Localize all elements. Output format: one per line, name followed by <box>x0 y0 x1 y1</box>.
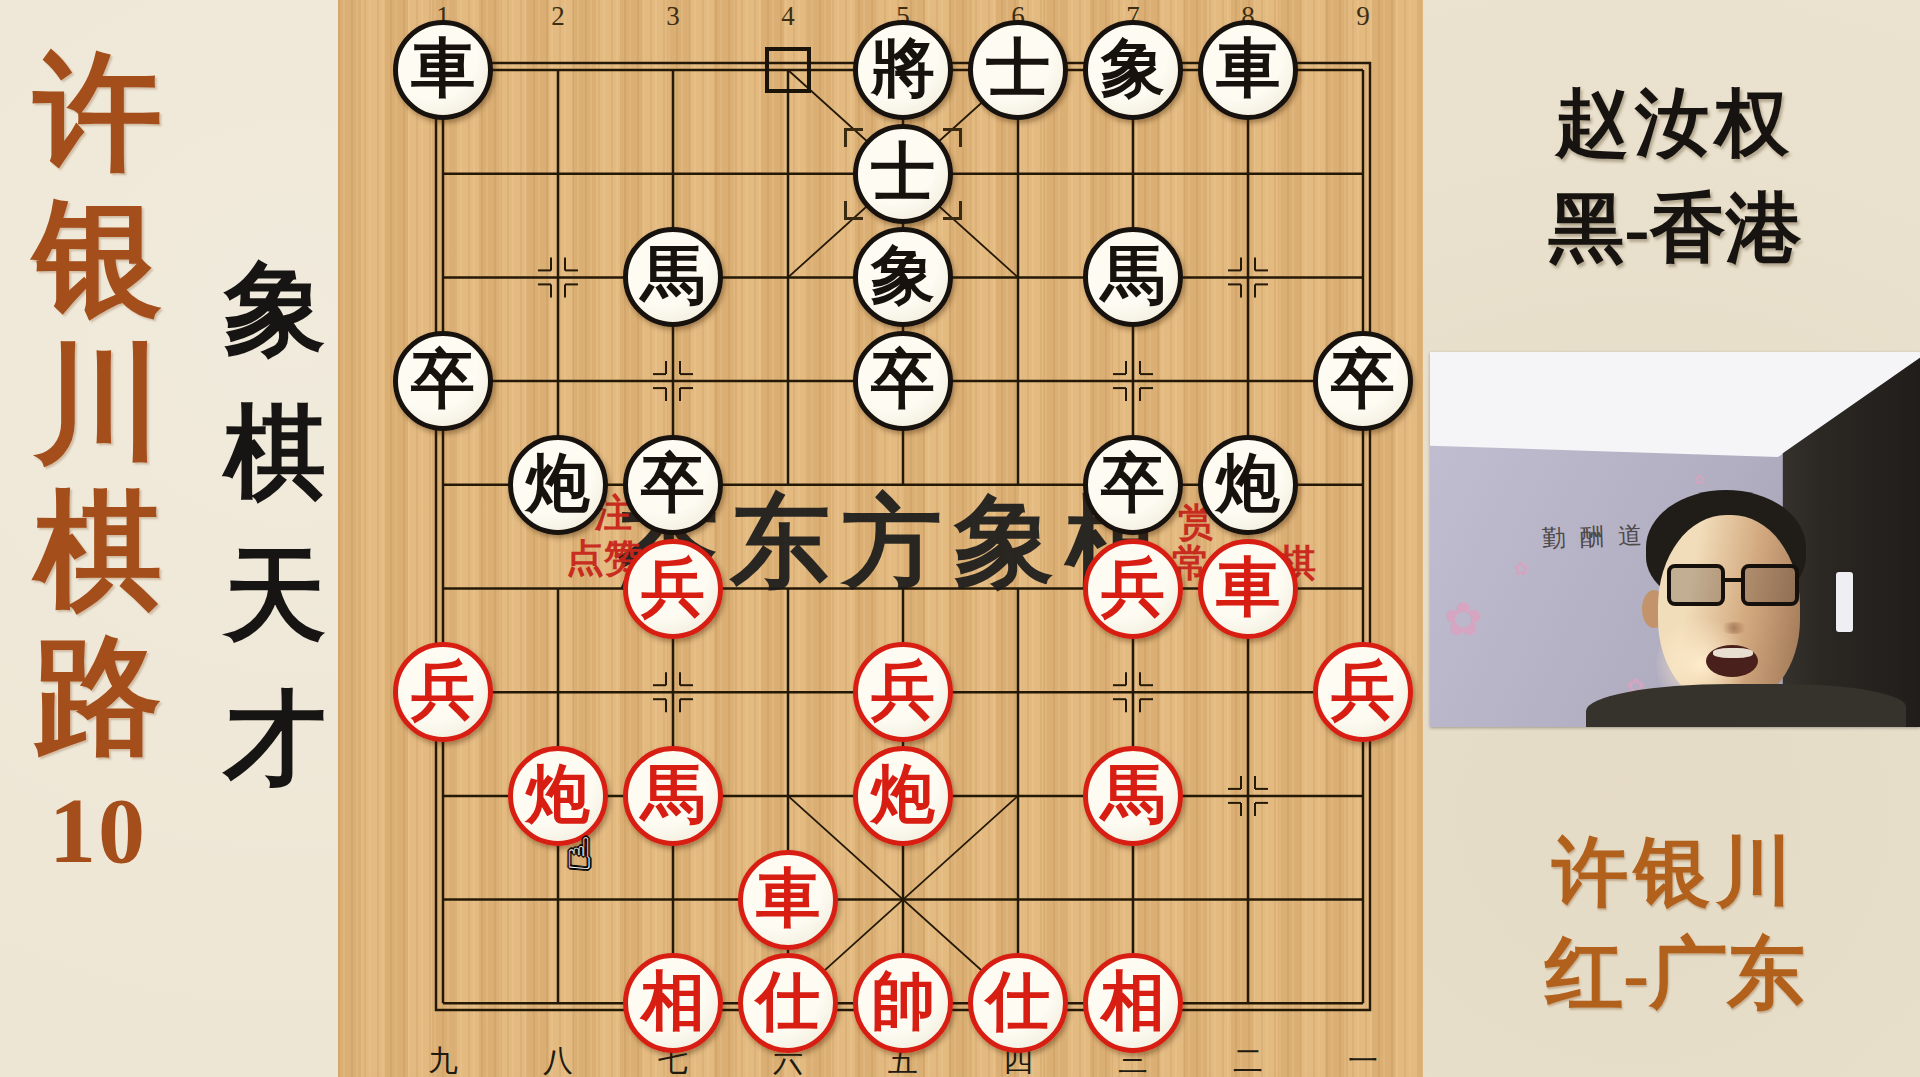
piece-black-炮[interactable]: 炮 <box>508 435 608 535</box>
piece-glyph: 仕 <box>986 970 1050 1034</box>
black-player-name: 赵汝权 <box>1430 74 1920 174</box>
piece-black-馬[interactable]: 馬 <box>1083 227 1183 327</box>
red-player-name: 许银川 <box>1430 822 1920 925</box>
piece-red-帥[interactable]: 帥 <box>853 953 953 1053</box>
piece-black-馬[interactable]: 馬 <box>623 227 723 327</box>
piece-glyph: 兵 <box>1101 556 1165 620</box>
piece-red-兵[interactable]: 兵 <box>1313 642 1413 742</box>
piece-black-卒[interactable]: 卒 <box>393 331 493 431</box>
flower-decal: ✿ <box>1694 472 1705 488</box>
piece-glyph: 卒 <box>1331 348 1395 412</box>
piece-red-炮[interactable]: 炮 <box>508 746 608 846</box>
file-label-top: 9 <box>1343 0 1383 32</box>
series-title-char: 川 <box>34 332 162 478</box>
file-label-bottom: 二 <box>1228 1044 1268 1077</box>
flower-decal: ✿ <box>1514 558 1529 580</box>
glasses-right-lens <box>1741 564 1799 606</box>
video-frame: 许银川棋路10 象棋天才 123456789 九八七六五四三二一 杰 东方象棋 … <box>0 0 1920 1077</box>
subtitle-char: 才 <box>224 667 326 810</box>
piece-glyph: 炮 <box>871 763 935 827</box>
glasses-bridge <box>1723 578 1743 582</box>
series-title-char: 棋 <box>34 478 162 624</box>
piece-glyph: 馬 <box>641 244 705 308</box>
piece-glyph: 炮 <box>526 763 590 827</box>
piece-glyph: 仕 <box>756 970 820 1034</box>
piece-black-士[interactable]: 士 <box>968 20 1068 120</box>
piece-glyph: 馬 <box>1101 244 1165 308</box>
subtitle-char: 天 <box>224 524 326 667</box>
xiangqi-board[interactable]: 123456789 九八七六五四三二一 杰 东方象棋 注 点赞 赏 常 棋 車將… <box>338 0 1423 1077</box>
piece-red-兵[interactable]: 兵 <box>393 642 493 742</box>
file-label-bottom: 八 <box>538 1044 578 1077</box>
piece-glyph: 卒 <box>641 452 705 516</box>
series-title: 许银川棋路10 <box>18 40 178 890</box>
piece-glyph: 馬 <box>641 763 705 827</box>
file-label-bottom: 一 <box>1343 1044 1383 1077</box>
piece-black-卒[interactable]: 卒 <box>1083 435 1183 535</box>
piece-red-車[interactable]: 車 <box>738 850 838 950</box>
piece-red-炮[interactable]: 炮 <box>853 746 953 846</box>
piece-glyph: 車 <box>756 867 820 931</box>
piece-red-兵[interactable]: 兵 <box>623 539 723 639</box>
file-label-top: 2 <box>538 0 578 32</box>
piece-glyph: 車 <box>1216 37 1280 101</box>
series-subtitle: 象棋天才 <box>200 238 350 810</box>
subtitle-char: 棋 <box>224 381 326 524</box>
piece-glyph: 相 <box>1101 970 1165 1034</box>
piece-red-車[interactable]: 車 <box>1198 539 1298 639</box>
piece-black-將[interactable]: 將 <box>853 20 953 120</box>
file-label-top: 4 <box>768 0 808 32</box>
series-title-char: 银 <box>34 186 162 332</box>
piece-glyph: 象 <box>871 244 935 308</box>
piece-glyph: 兵 <box>641 556 705 620</box>
piece-glyph: 車 <box>1216 556 1280 620</box>
glasses-left-lens <box>1667 564 1725 606</box>
piece-red-兵[interactable]: 兵 <box>853 642 953 742</box>
piece-red-兵[interactable]: 兵 <box>1083 539 1183 639</box>
black-player-side: 黑-香港 <box>1430 178 1920 281</box>
piece-glyph: 炮 <box>1216 452 1280 516</box>
piece-glyph: 帥 <box>871 970 935 1034</box>
piece-black-象[interactable]: 象 <box>1083 20 1183 120</box>
piece-glyph: 卒 <box>871 348 935 412</box>
file-label-top: 3 <box>653 0 693 32</box>
piece-black-車[interactable]: 車 <box>393 20 493 120</box>
piece-glyph: 象 <box>1101 37 1165 101</box>
piece-red-仕[interactable]: 仕 <box>968 953 1068 1053</box>
piece-black-車[interactable]: 車 <box>1198 20 1298 120</box>
piece-red-仕[interactable]: 仕 <box>738 953 838 1053</box>
piece-glyph: 卒 <box>411 348 475 412</box>
webcam-video: 勤酬道天 ✿ ✿ ✿ ✿ <box>1430 352 1920 727</box>
piece-red-馬[interactable]: 馬 <box>1083 746 1183 846</box>
person-teeth <box>1713 648 1753 658</box>
piece-glyph: 卒 <box>1101 452 1165 516</box>
piece-glyph: 相 <box>641 970 705 1034</box>
file-label-bottom: 九 <box>423 1044 463 1077</box>
wall-sticker <box>1836 572 1853 632</box>
piece-black-象[interactable]: 象 <box>853 227 953 327</box>
subtitle-char: 象 <box>224 238 326 381</box>
last-move-from-marker <box>765 47 811 93</box>
piece-black-卒[interactable]: 卒 <box>853 331 953 431</box>
piece-glyph: 馬 <box>1101 763 1165 827</box>
person-nose <box>1720 622 1748 634</box>
series-title-char: 许 <box>34 40 162 186</box>
piece-glyph: 兵 <box>871 659 935 723</box>
piece-red-相[interactable]: 相 <box>623 953 723 1053</box>
red-player-side: 红-广东 <box>1430 922 1920 1027</box>
series-number: 10 <box>49 770 147 890</box>
piece-glyph: 兵 <box>1331 659 1395 723</box>
piece-glyph: 車 <box>411 37 475 101</box>
piece-red-馬[interactable]: 馬 <box>623 746 723 846</box>
piece-red-相[interactable]: 相 <box>1083 953 1183 1053</box>
piece-glyph: 炮 <box>526 452 590 516</box>
series-title-char: 路 <box>34 624 162 770</box>
flower-decal: ✿ <box>1444 592 1483 646</box>
piece-black-卒[interactable]: 卒 <box>623 435 723 535</box>
piece-black-卒[interactable]: 卒 <box>1313 331 1413 431</box>
cursor-pointer: ☝ <box>566 828 593 879</box>
piece-glyph: 將 <box>871 37 935 101</box>
piece-glyph: 兵 <box>411 659 475 723</box>
piece-glyph: 士 <box>986 37 1050 101</box>
piece-black-炮[interactable]: 炮 <box>1198 435 1298 535</box>
person-jacket <box>1586 684 1906 727</box>
last-move-to-marker <box>844 128 962 220</box>
